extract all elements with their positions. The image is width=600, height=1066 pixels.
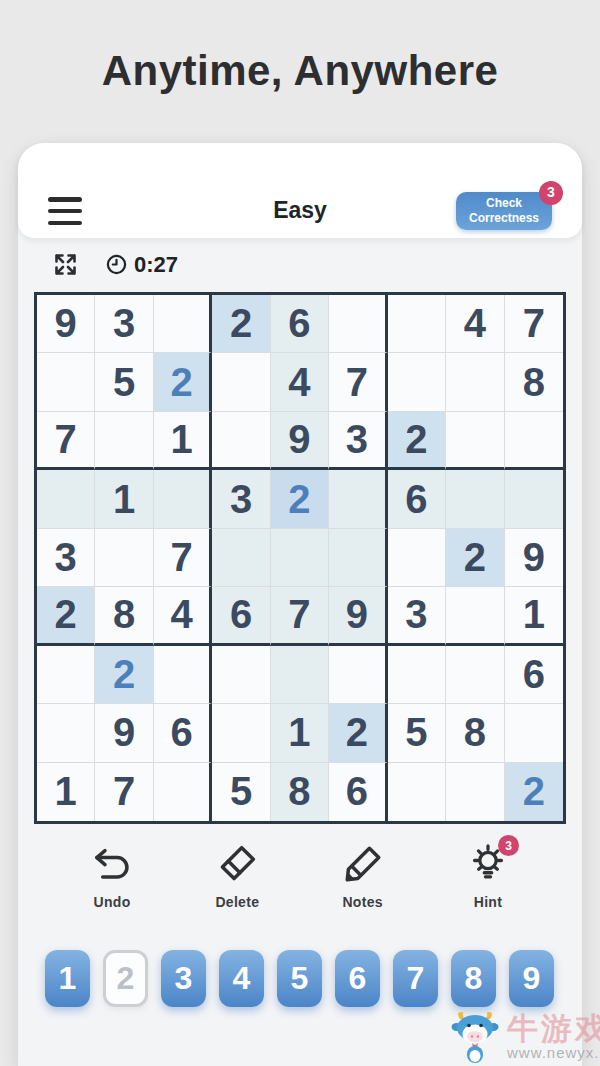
cell-r4c9[interactable] — [505, 470, 563, 528]
cell-r5c8[interactable]: 2 — [446, 529, 504, 587]
cell-r2c7[interactable] — [388, 353, 446, 411]
cell-r3c7[interactable]: 2 — [388, 412, 446, 470]
cell-r4c3[interactable] — [154, 470, 212, 528]
numpad-key-3[interactable]: 3 — [161, 950, 206, 1007]
cell-r7c3[interactable] — [154, 646, 212, 704]
cell-r5c6[interactable] — [329, 529, 387, 587]
hint-button[interactable]: 3 Hint — [436, 843, 540, 910]
cell-r1c6[interactable] — [329, 295, 387, 353]
delete-button[interactable]: Delete — [185, 843, 289, 910]
numpad-key-5[interactable]: 5 — [277, 950, 322, 1007]
cell-r9c5[interactable]: 8 — [271, 763, 329, 821]
cell-r2c3[interactable]: 2 — [154, 353, 212, 411]
cell-r9c8[interactable] — [446, 763, 504, 821]
cell-r6c9[interactable]: 1 — [505, 587, 563, 645]
cell-r1c1[interactable]: 9 — [37, 295, 95, 353]
cell-r4c1[interactable] — [37, 470, 95, 528]
cell-r6c5[interactable]: 7 — [271, 587, 329, 645]
cell-r8c1[interactable] — [37, 704, 95, 762]
check-correctness-line2: Correctness — [469, 211, 539, 226]
cell-r5c3[interactable]: 7 — [154, 529, 212, 587]
undo-label: Undo — [94, 894, 131, 910]
cell-r7c9[interactable]: 6 — [505, 646, 563, 704]
cell-r2c1[interactable] — [37, 353, 95, 411]
numpad-key-1[interactable]: 1 — [45, 950, 90, 1007]
watermark-site-url: www.newyx.net — [507, 1045, 600, 1061]
cell-r1c7[interactable] — [388, 295, 446, 353]
cell-r1c4[interactable]: 2 — [212, 295, 270, 353]
cell-r3c3[interactable]: 1 — [154, 412, 212, 470]
cell-r9c6[interactable]: 6 — [329, 763, 387, 821]
timer-value: 0:27 — [134, 252, 178, 278]
cell-r5c5[interactable] — [271, 529, 329, 587]
status-row: 0:27 — [52, 251, 178, 278]
pencil-icon — [342, 843, 384, 885]
cell-r3c2[interactable] — [95, 412, 153, 470]
cell-r1c9[interactable]: 7 — [505, 295, 563, 353]
numpad-key-8[interactable]: 8 — [451, 950, 496, 1007]
sudoku-app-card: Easy Check Correctness 3 0:27 — [18, 143, 582, 1066]
cell-r2c5[interactable]: 4 — [271, 353, 329, 411]
cell-r6c4[interactable]: 6 — [212, 587, 270, 645]
cell-r5c1[interactable]: 3 — [37, 529, 95, 587]
app-header: Easy Check Correctness 3 — [18, 143, 582, 238]
cell-r4c4[interactable]: 3 — [212, 470, 270, 528]
cell-r2c9[interactable]: 8 — [505, 353, 563, 411]
cell-r3c1[interactable]: 7 — [37, 412, 95, 470]
cell-r4c2[interactable]: 1 — [95, 470, 153, 528]
numpad-key-4[interactable]: 4 — [219, 950, 264, 1007]
cell-r8c2[interactable]: 9 — [95, 704, 153, 762]
cell-r2c8[interactable] — [446, 353, 504, 411]
watermark-site-name: 牛游戏网 — [507, 1013, 600, 1046]
numpad-key-9[interactable]: 9 — [509, 950, 554, 1007]
menu-icon[interactable] — [48, 197, 82, 225]
cell-r7c8[interactable] — [446, 646, 504, 704]
toolbar: Undo Delete — [60, 843, 540, 910]
cell-r6c1[interactable]: 2 — [37, 587, 95, 645]
hint-label: Hint — [474, 894, 502, 910]
cell-r7c7[interactable] — [388, 646, 446, 704]
cell-r6c6[interactable]: 9 — [329, 587, 387, 645]
cell-r1c5[interactable]: 6 — [271, 295, 329, 353]
cell-r1c2[interactable]: 3 — [95, 295, 153, 353]
cell-r9c2[interactable]: 7 — [95, 763, 153, 821]
cell-r1c3[interactable] — [154, 295, 212, 353]
cell-r6c8[interactable] — [446, 587, 504, 645]
undo-button[interactable]: Undo — [60, 843, 164, 910]
eraser-icon — [216, 843, 258, 885]
cell-r1c8[interactable]: 4 — [446, 295, 504, 353]
cell-r5c4[interactable] — [212, 529, 270, 587]
cell-r9c9[interactable]: 2 — [505, 763, 563, 821]
timer: 0:27 — [105, 252, 178, 278]
page-title: Anytime, Anywhere — [0, 47, 600, 95]
numpad-key-2[interactable]: 2 — [103, 950, 148, 1007]
watermark: 牛游戏网 www.newyx.net — [450, 1010, 600, 1064]
cell-r3c9[interactable] — [505, 412, 563, 470]
numpad-key-6[interactable]: 6 — [335, 950, 380, 1007]
hint-badge: 3 — [498, 835, 519, 856]
cell-r7c6[interactable] — [329, 646, 387, 704]
cell-r5c7[interactable] — [388, 529, 446, 587]
cell-r4c7[interactable]: 6 — [388, 470, 446, 528]
cell-r9c1[interactable]: 1 — [37, 763, 95, 821]
cell-r9c3[interactable] — [154, 763, 212, 821]
cell-r7c1[interactable] — [37, 646, 95, 704]
number-pad: 123456789 — [45, 950, 554, 1007]
expand-icon[interactable] — [52, 251, 79, 278]
sudoku-board: 9326475247871932132637292846793126961258… — [34, 292, 566, 824]
undo-icon — [91, 843, 133, 885]
cell-r4c5[interactable]: 2 — [271, 470, 329, 528]
cell-r4c8[interactable] — [446, 470, 504, 528]
cell-r3c8[interactable] — [446, 412, 504, 470]
cell-r2c4[interactable] — [212, 353, 270, 411]
cell-r5c2[interactable] — [95, 529, 153, 587]
cell-r2c6[interactable]: 7 — [329, 353, 387, 411]
cell-r8c4[interactable] — [212, 704, 270, 762]
check-correctness-button[interactable]: Check Correctness 3 — [456, 192, 552, 230]
cell-r8c3[interactable]: 6 — [154, 704, 212, 762]
cell-r8c6[interactable]: 2 — [329, 704, 387, 762]
delete-label: Delete — [215, 894, 259, 910]
cell-r9c7[interactable] — [388, 763, 446, 821]
cell-r8c5[interactable]: 1 — [271, 704, 329, 762]
cow-mascot-icon — [450, 1010, 500, 1064]
cell-r7c5[interactable] — [271, 646, 329, 704]
notes-label: Notes — [342, 894, 382, 910]
screenshot-root: Anytime, Anywhere Easy Check Correctness… — [0, 0, 600, 1066]
notes-button[interactable]: Notes — [311, 843, 415, 910]
cell-r8c9[interactable] — [505, 704, 563, 762]
cell-r7c4[interactable] — [212, 646, 270, 704]
cell-r3c6[interactable]: 3 — [329, 412, 387, 470]
cell-r2c2[interactable]: 5 — [95, 353, 153, 411]
cell-r8c8[interactable]: 8 — [446, 704, 504, 762]
cell-r7c2[interactable]: 2 — [95, 646, 153, 704]
cell-r3c4[interactable] — [212, 412, 270, 470]
cell-r8c7[interactable]: 5 — [388, 704, 446, 762]
cell-r6c7[interactable]: 3 — [388, 587, 446, 645]
cell-r4c6[interactable] — [329, 470, 387, 528]
clock-icon — [105, 253, 128, 276]
check-correctness-badge: 3 — [539, 181, 563, 205]
cell-r6c2[interactable]: 8 — [95, 587, 153, 645]
cell-r6c3[interactable]: 4 — [154, 587, 212, 645]
cell-r3c5[interactable]: 9 — [271, 412, 329, 470]
cell-r9c4[interactable]: 5 — [212, 763, 270, 821]
check-correctness-line1: Check — [486, 196, 522, 211]
numpad-key-7[interactable]: 7 — [393, 950, 438, 1007]
cell-r5c9[interactable]: 9 — [505, 529, 563, 587]
